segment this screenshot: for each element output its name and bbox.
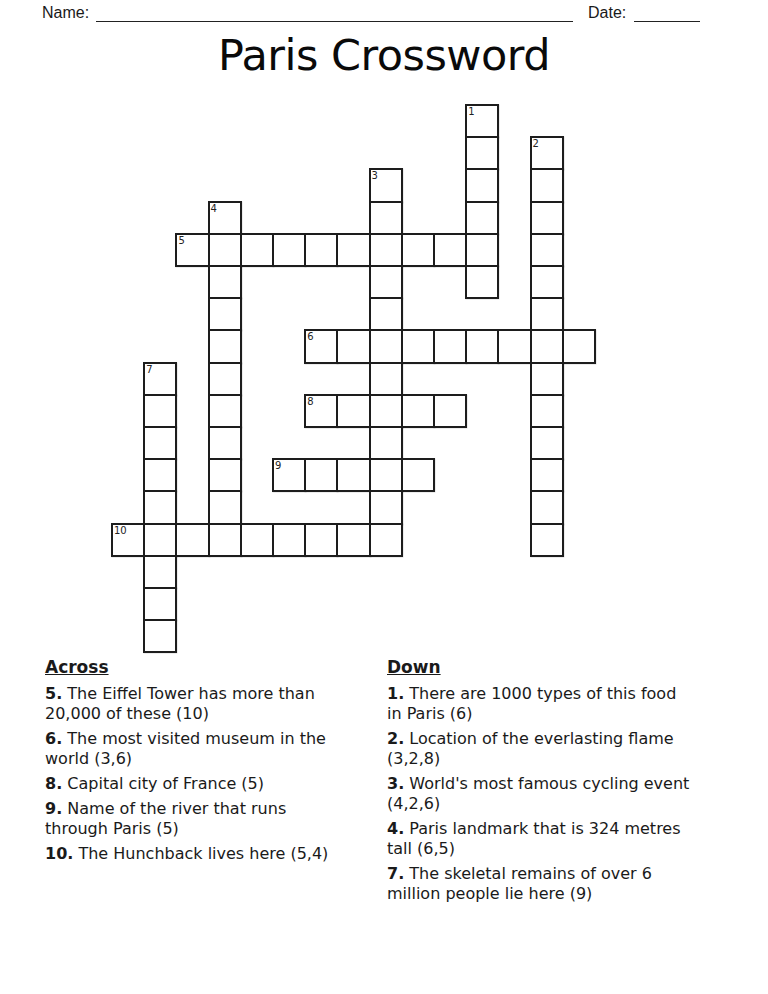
grid-cell-r3c11[interactable] (465, 201, 499, 235)
clue-text: Location of the everlasting flame (3,2,8… (387, 729, 674, 768)
cell-number-2: 2 (533, 139, 539, 149)
grid-cell-r3c8[interactable] (369, 201, 403, 235)
grid-cell-r8c3[interactable] (208, 362, 242, 396)
grid-cell-r13c2[interactable] (175, 523, 209, 557)
grid-cell-r4c3[interactable] (208, 233, 242, 267)
grid-cell-r7c14[interactable] (562, 329, 596, 363)
cell-number-6: 6 (307, 332, 313, 342)
grid-cell-r14c1[interactable] (143, 555, 177, 589)
grid-cell-r13c1[interactable] (143, 523, 177, 557)
grid-cell-r11c3[interactable] (208, 458, 242, 492)
grid-cell-r9c13[interactable] (530, 394, 564, 428)
grid-cell-r7c10[interactable] (433, 329, 467, 363)
grid-cell-r9c10[interactable] (433, 394, 467, 428)
grid-cell-r9c1[interactable] (143, 394, 177, 428)
cell-number-10: 10 (114, 526, 127, 536)
grid-cell-r13c8[interactable] (369, 523, 403, 557)
clue-text: The Eiffel Tower has more than 20,000 of… (45, 684, 315, 723)
grid-cell-r4c11[interactable] (465, 233, 499, 267)
grid-cell-r12c1[interactable] (143, 490, 177, 524)
grid-cell-r12c3[interactable] (208, 490, 242, 524)
across-clues-list: 5. The Eiffel Tower has more than 20,000… (45, 684, 380, 864)
date-input-line[interactable] (634, 1, 700, 22)
grid-cell-r11c7[interactable] (336, 458, 370, 492)
grid-cell-r13c4[interactable] (240, 523, 274, 557)
grid-cell-r13c7[interactable] (336, 523, 370, 557)
date-label: Date: (588, 4, 626, 22)
grid-cell-r11c8[interactable] (369, 458, 403, 492)
grid-cell-r10c3[interactable] (208, 426, 242, 460)
grid-cell-r13c13[interactable] (530, 523, 564, 557)
grid-cell-r7c7[interactable] (336, 329, 370, 363)
grid-cell-r16c1[interactable] (143, 619, 177, 653)
clue-text: The skeletal remains of over 6 million p… (387, 864, 652, 903)
down-clues-section: Down 1. There are 1000 types of this foo… (387, 657, 755, 909)
grid-cell-r10c13[interactable] (530, 426, 564, 460)
grid-cell-r4c4[interactable] (240, 233, 274, 267)
grid-cell-r13c6[interactable] (304, 523, 338, 557)
clue-text: Name of the river that runs through Pari… (45, 799, 286, 838)
across-clues-section: Across 5. The Eiffel Tower has more than… (45, 657, 380, 869)
clue-number: 9. (45, 799, 62, 818)
grid-cell-r13c3[interactable] (208, 523, 242, 557)
grid-cell-r11c9[interactable] (401, 458, 435, 492)
across-clue-10: 10. The Hunchback lives here (5,4) (45, 844, 380, 864)
down-clue-1: 1. There are 1000 types of this food in … (387, 684, 755, 724)
name-label: Name: (42, 4, 89, 22)
grid-cell-r8c13[interactable] (530, 362, 564, 396)
grid-cell-r11c13[interactable] (530, 458, 564, 492)
grid-cell-r9c3[interactable] (208, 394, 242, 428)
grid-cell-r8c8[interactable] (369, 362, 403, 396)
grid-cell-r7c12[interactable] (497, 329, 531, 363)
grid-cell-r4c6[interactable] (304, 233, 338, 267)
clue-number: 3. (387, 774, 404, 793)
grid-cell-r6c8[interactable] (369, 297, 403, 331)
clue-text: Paris landmark that is 324 metres tall (… (387, 819, 681, 858)
grid-cell-r9c9[interactable] (401, 394, 435, 428)
page-title: Paris Crossword (0, 30, 768, 80)
clue-number: 8. (45, 774, 62, 793)
down-clues-list: 1. There are 1000 types of this food in … (387, 684, 755, 904)
grid-cell-r11c1[interactable] (143, 458, 177, 492)
grid-cell-r7c11[interactable] (465, 329, 499, 363)
cell-number-5: 5 (178, 236, 184, 246)
down-clue-7: 7. The skeletal remains of over 6 millio… (387, 864, 755, 904)
grid-cell-r11c6[interactable] (304, 458, 338, 492)
across-clue-5: 5. The Eiffel Tower has more than 20,000… (45, 684, 380, 724)
clue-number: 4. (387, 819, 404, 838)
grid-cell-r2c11[interactable] (465, 168, 499, 202)
clue-number: 1. (387, 684, 404, 703)
cell-number-8: 8 (307, 397, 313, 407)
grid-cell-r4c5[interactable] (272, 233, 306, 267)
down-clue-2: 2. Location of the everlasting flame (3,… (387, 729, 755, 769)
grid-cell-r9c7[interactable] (336, 394, 370, 428)
cell-number-3: 3 (372, 171, 378, 181)
down-heading: Down (387, 657, 755, 677)
grid-cell-r4c10[interactable] (433, 233, 467, 267)
crossword-grid: 12345678910 (111, 104, 597, 654)
grid-cell-r6c13[interactable] (530, 297, 564, 331)
clue-text: World's most famous cycling event (4,2,6… (387, 774, 689, 813)
grid-cell-r12c13[interactable] (530, 490, 564, 524)
clue-text: Capital city of France (5) (62, 774, 264, 793)
grid-cell-r4c7[interactable] (336, 233, 370, 267)
cell-number-7: 7 (146, 365, 152, 375)
grid-cell-r7c9[interactable] (401, 329, 435, 363)
cell-number-4: 4 (211, 204, 217, 214)
across-clue-6: 6. The most visited museum in the world … (45, 729, 380, 769)
grid-cell-r5c3[interactable] (208, 265, 242, 299)
clue-number: 6. (45, 729, 62, 748)
grid-cell-r9c8[interactable] (369, 394, 403, 428)
name-input-line[interactable] (96, 1, 573, 22)
grid-cell-r4c13[interactable] (530, 233, 564, 267)
grid-cell-r4c9[interactable] (401, 233, 435, 267)
grid-cell-r5c13[interactable] (530, 265, 564, 299)
across-heading: Across (45, 657, 380, 677)
clue-text: The Hunchback lives here (5,4) (73, 844, 328, 863)
grid-cell-r5c11[interactable] (465, 265, 499, 299)
cell-number-9: 9 (275, 461, 281, 471)
clue-number: 5. (45, 684, 62, 703)
clue-text: The most visited museum in the world (3,… (45, 729, 326, 768)
grid-cell-r6c3[interactable] (208, 297, 242, 331)
clue-number: 7. (387, 864, 404, 883)
clue-number: 2. (387, 729, 404, 748)
grid-cell-r7c3[interactable] (208, 329, 242, 363)
across-clue-8: 8. Capital city of France (5) (45, 774, 380, 794)
grid-cell-r10c1[interactable] (143, 426, 177, 460)
grid-cell-r10c8[interactable] (369, 426, 403, 460)
worksheet-page: Name: Date: Paris Crossword 12345678910 … (0, 0, 768, 994)
down-clue-4: 4. Paris landmark that is 324 metres tal… (387, 819, 755, 859)
clue-text: There are 1000 types of this food in Par… (387, 684, 676, 723)
grid-cell-r1c11[interactable] (465, 136, 499, 170)
grid-cell-r4c8[interactable] (369, 233, 403, 267)
clue-number: 10. (45, 844, 73, 863)
grid-cell-r7c13[interactable] (530, 329, 564, 363)
grid-cell-r2c13[interactable] (530, 168, 564, 202)
down-clue-3: 3. World's most famous cycling event (4,… (387, 774, 755, 814)
grid-cell-r12c8[interactable] (369, 490, 403, 524)
grid-cell-r15c1[interactable] (143, 587, 177, 621)
cell-number-1: 1 (468, 107, 474, 117)
across-clue-9: 9. Name of the river that runs through P… (45, 799, 380, 839)
grid-cell-r7c8[interactable] (369, 329, 403, 363)
grid-cell-r3c13[interactable] (530, 201, 564, 235)
grid-cell-r13c5[interactable] (272, 523, 306, 557)
grid-cell-r5c8[interactable] (369, 265, 403, 299)
